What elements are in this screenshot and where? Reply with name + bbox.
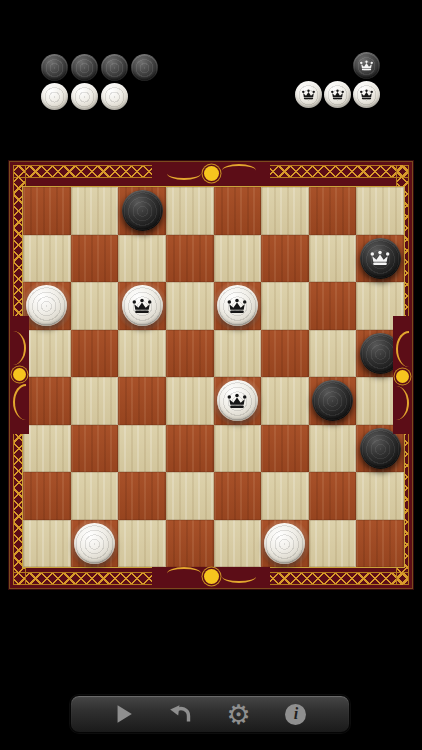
square-0-3 [166,187,214,235]
play-button[interactable] [109,699,139,729]
gear-icon: ⚙ [227,701,251,728]
white-king-piece [353,81,380,108]
board-frame [8,160,414,590]
ornament-flourish [396,331,409,367]
ornament-dot [204,166,219,181]
square-6-6[interactable] [309,472,357,520]
square-3-1[interactable] [71,330,119,378]
square-1-1[interactable] [71,235,119,283]
frame-ornament-right [393,316,412,434]
app-screen: ⚙ i [0,0,422,750]
square-4-2[interactable] [118,377,166,425]
square-1-4 [214,235,262,283]
ornament-flourish [396,386,409,420]
square-7-0 [23,520,71,568]
toolbar: ⚙ i [70,695,350,733]
ornament-dot [396,370,409,383]
square-4-0[interactable] [23,377,71,425]
square-3-6 [309,330,357,378]
square-0-5 [261,187,309,235]
square-1-7[interactable] [356,235,404,283]
square-1-0 [23,235,71,283]
square-5-6 [309,425,357,473]
square-2-3 [166,282,214,330]
square-4-6[interactable] [309,377,357,425]
square-7-1[interactable] [71,520,119,568]
square-4-4[interactable] [214,377,262,425]
square-7-4 [214,520,262,568]
square-5-0 [23,425,71,473]
square-6-0[interactable] [23,472,71,520]
black-man-piece [131,54,158,81]
square-7-7[interactable] [356,520,404,568]
captured-row [41,54,158,81]
crown-icon [359,89,374,100]
captured-tray-left [41,54,158,110]
captured-tray-right [295,52,380,108]
square-4-5 [261,377,309,425]
square-0-1 [71,187,119,235]
undo-button[interactable] [166,699,196,729]
white-king-piece [324,81,351,108]
square-3-4 [214,330,262,378]
square-5-3[interactable] [166,425,214,473]
play-icon [113,703,135,725]
square-3-2 [118,330,166,378]
square-5-1[interactable] [71,425,119,473]
square-5-4 [214,425,262,473]
square-2-1 [71,282,119,330]
crown-icon [369,250,391,266]
black-man-piece [41,54,68,81]
info-button[interactable]: i [281,699,311,729]
crown-icon [226,393,248,409]
black-man-piece [71,54,98,81]
square-4-3 [166,377,214,425]
ornament-flourish [13,384,26,420]
crown-icon [330,89,345,100]
white-king-piece[interactable] [122,285,163,326]
ornament-flourish [167,567,201,580]
ornament-dot [13,368,26,381]
white-king-piece [295,81,322,108]
square-6-7 [356,472,404,520]
square-1-2 [118,235,166,283]
frame-ornament-left [10,316,29,434]
black-man-piece[interactable] [312,380,353,421]
square-0-0[interactable] [23,187,71,235]
ornament-flourish [167,167,201,180]
black-man-piece[interactable] [122,190,163,231]
square-6-2[interactable] [118,472,166,520]
square-7-3[interactable] [166,520,214,568]
settings-button[interactable]: ⚙ [224,699,254,729]
white-man-piece [41,83,68,110]
square-2-0[interactable] [23,282,71,330]
crown-icon [301,89,316,100]
square-6-5 [261,472,309,520]
captured-row [353,52,380,79]
white-king-piece[interactable] [217,285,258,326]
captured-row [295,81,380,108]
square-6-1 [71,472,119,520]
square-3-3[interactable] [166,330,214,378]
square-7-5[interactable] [261,520,309,568]
square-7-2 [118,520,166,568]
crown-icon [359,60,374,71]
ornament-flourish [222,570,256,583]
square-1-3[interactable] [166,235,214,283]
square-3-0 [23,330,71,378]
square-0-6[interactable] [309,187,357,235]
undo-icon [168,702,194,726]
checkers-board[interactable] [22,186,405,568]
white-king-piece[interactable] [217,380,258,421]
white-man-piece [101,83,128,110]
captured-row [41,83,128,110]
square-6-3 [166,472,214,520]
square-6-4[interactable] [214,472,262,520]
crown-icon [131,298,153,314]
square-0-2[interactable] [118,187,166,235]
square-5-2 [118,425,166,473]
black-man-piece [101,54,128,81]
square-0-4[interactable] [214,187,262,235]
white-man-piece[interactable] [74,523,115,564]
black-king-piece [353,52,380,79]
square-5-5[interactable] [261,425,309,473]
square-1-6 [309,235,357,283]
white-man-piece[interactable] [26,285,67,326]
crown-icon [226,298,248,314]
frame-ornament-bottom [152,567,270,586]
ornament-flourish [13,331,26,365]
square-2-5 [261,282,309,330]
black-king-piece[interactable] [360,238,401,279]
white-man-piece [71,83,98,110]
square-2-2[interactable] [118,282,166,330]
ornament-dot [204,569,219,584]
square-1-5[interactable] [261,235,309,283]
square-4-1 [71,377,119,425]
square-0-7 [356,187,404,235]
square-7-6 [309,520,357,568]
info-icon: i [285,704,306,725]
square-2-6[interactable] [309,282,357,330]
white-man-piece[interactable] [264,523,305,564]
ornament-flourish [222,164,256,177]
frame-ornament-top [152,164,270,183]
square-2-4[interactable] [214,282,262,330]
square-3-5[interactable] [261,330,309,378]
